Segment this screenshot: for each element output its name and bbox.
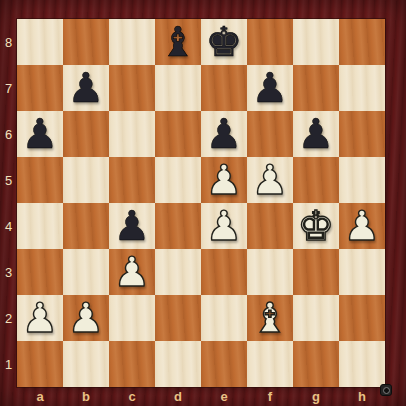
square-e7[interactable] xyxy=(201,65,247,111)
square-e2[interactable] xyxy=(201,295,247,341)
piece-white-pawn-f5[interactable]: ♟ xyxy=(252,160,289,201)
square-g4[interactable]: ♚ xyxy=(293,203,339,249)
square-h8[interactable] xyxy=(339,19,385,65)
piece-black-pawn-g6[interactable]: ♟ xyxy=(298,114,335,155)
square-a7[interactable] xyxy=(17,65,63,111)
square-b5[interactable] xyxy=(63,157,109,203)
square-a5[interactable] xyxy=(17,157,63,203)
square-e1[interactable] xyxy=(201,341,247,387)
dot-icon xyxy=(383,387,390,394)
piece-white-pawn-e5[interactable]: ♟ xyxy=(206,160,243,201)
square-a6[interactable]: ♟ xyxy=(17,111,63,157)
piece-white-king-g4[interactable]: ♚ xyxy=(298,206,335,247)
board-grid: ♝♚♟♟♟♟♟♟♟♟♟♚♟♟♟♟♝ xyxy=(17,19,385,387)
piece-black-pawn-b7[interactable]: ♟ xyxy=(68,68,105,109)
square-d1[interactable] xyxy=(155,341,201,387)
square-g8[interactable] xyxy=(293,19,339,65)
rank-label-4: 4 xyxy=(0,203,17,249)
file-label-c: c xyxy=(109,387,155,406)
square-f1[interactable] xyxy=(247,341,293,387)
square-b4[interactable] xyxy=(63,203,109,249)
square-d4[interactable] xyxy=(155,203,201,249)
file-label-d: d xyxy=(155,387,201,406)
square-d8[interactable]: ♝ xyxy=(155,19,201,65)
square-f8[interactable] xyxy=(247,19,293,65)
rank-label-1: 1 xyxy=(0,341,17,387)
square-c4[interactable]: ♟ xyxy=(109,203,155,249)
square-e3[interactable] xyxy=(201,249,247,295)
square-d7[interactable] xyxy=(155,65,201,111)
piece-white-pawn-h4[interactable]: ♟ xyxy=(344,206,381,247)
rank-label-3: 3 xyxy=(0,249,17,295)
piece-black-pawn-c4[interactable]: ♟ xyxy=(114,206,151,247)
square-c2[interactable] xyxy=(109,295,155,341)
piece-black-pawn-f7[interactable]: ♟ xyxy=(252,68,289,109)
rank-label-7: 7 xyxy=(0,65,17,111)
square-b7[interactable]: ♟ xyxy=(63,65,109,111)
file-label-e: e xyxy=(201,387,247,406)
square-e6[interactable]: ♟ xyxy=(201,111,247,157)
square-g3[interactable] xyxy=(293,249,339,295)
file-label-f: f xyxy=(247,387,293,406)
square-h2[interactable] xyxy=(339,295,385,341)
piece-black-king-e8[interactable]: ♚ xyxy=(206,22,243,63)
square-c8[interactable] xyxy=(109,19,155,65)
rank-labels: 87654321 xyxy=(0,19,17,387)
piece-black-pawn-e6[interactable]: ♟ xyxy=(206,114,243,155)
board-frame: 87654321 ♝♚♟♟♟♟♟♟♟♟♟♚♟♟♟♟♝ abcdefgh xyxy=(0,0,406,406)
square-e8[interactable]: ♚ xyxy=(201,19,247,65)
square-g7[interactable] xyxy=(293,65,339,111)
square-b1[interactable] xyxy=(63,341,109,387)
square-h1[interactable] xyxy=(339,341,385,387)
square-a3[interactable] xyxy=(17,249,63,295)
rank-label-6: 6 xyxy=(0,111,17,157)
file-labels: abcdefgh xyxy=(17,387,385,406)
square-f7[interactable]: ♟ xyxy=(247,65,293,111)
piece-white-pawn-e4[interactable]: ♟ xyxy=(206,206,243,247)
piece-black-bishop-d8[interactable]: ♝ xyxy=(160,22,197,63)
file-label-g: g xyxy=(293,387,339,406)
piece-white-bishop-f2[interactable]: ♝ xyxy=(252,298,289,339)
square-h7[interactable] xyxy=(339,65,385,111)
square-d3[interactable] xyxy=(155,249,201,295)
square-g5[interactable] xyxy=(293,157,339,203)
square-d2[interactable] xyxy=(155,295,201,341)
corner-dot-button[interactable] xyxy=(380,384,392,396)
file-label-b: b xyxy=(63,387,109,406)
square-c5[interactable] xyxy=(109,157,155,203)
piece-black-pawn-a6[interactable]: ♟ xyxy=(22,114,59,155)
square-h4[interactable]: ♟ xyxy=(339,203,385,249)
square-b8[interactable] xyxy=(63,19,109,65)
square-b3[interactable] xyxy=(63,249,109,295)
square-a8[interactable] xyxy=(17,19,63,65)
piece-white-pawn-c3[interactable]: ♟ xyxy=(114,252,151,293)
square-d6[interactable] xyxy=(155,111,201,157)
rank-label-5: 5 xyxy=(0,157,17,203)
rank-label-8: 8 xyxy=(0,19,17,65)
square-g2[interactable] xyxy=(293,295,339,341)
file-label-h: h xyxy=(339,387,385,406)
rank-label-2: 2 xyxy=(0,295,17,341)
square-f5[interactable]: ♟ xyxy=(247,157,293,203)
piece-white-pawn-b2[interactable]: ♟ xyxy=(68,298,105,339)
square-f4[interactable] xyxy=(247,203,293,249)
square-f6[interactable] xyxy=(247,111,293,157)
square-c3[interactable]: ♟ xyxy=(109,249,155,295)
square-g6[interactable]: ♟ xyxy=(293,111,339,157)
square-h3[interactable] xyxy=(339,249,385,295)
square-a4[interactable] xyxy=(17,203,63,249)
square-e4[interactable]: ♟ xyxy=(201,203,247,249)
square-h6[interactable] xyxy=(339,111,385,157)
square-b2[interactable]: ♟ xyxy=(63,295,109,341)
square-h5[interactable] xyxy=(339,157,385,203)
square-f2[interactable]: ♝ xyxy=(247,295,293,341)
square-a2[interactable]: ♟ xyxy=(17,295,63,341)
square-e5[interactable]: ♟ xyxy=(201,157,247,203)
piece-white-pawn-a2[interactable]: ♟ xyxy=(22,298,59,339)
square-f3[interactable] xyxy=(247,249,293,295)
square-c7[interactable] xyxy=(109,65,155,111)
square-d5[interactable] xyxy=(155,157,201,203)
square-g1[interactable] xyxy=(293,341,339,387)
square-b6[interactable] xyxy=(63,111,109,157)
file-label-a: a xyxy=(17,387,63,406)
square-c1[interactable] xyxy=(109,341,155,387)
square-c6[interactable] xyxy=(109,111,155,157)
square-a1[interactable] xyxy=(17,341,63,387)
